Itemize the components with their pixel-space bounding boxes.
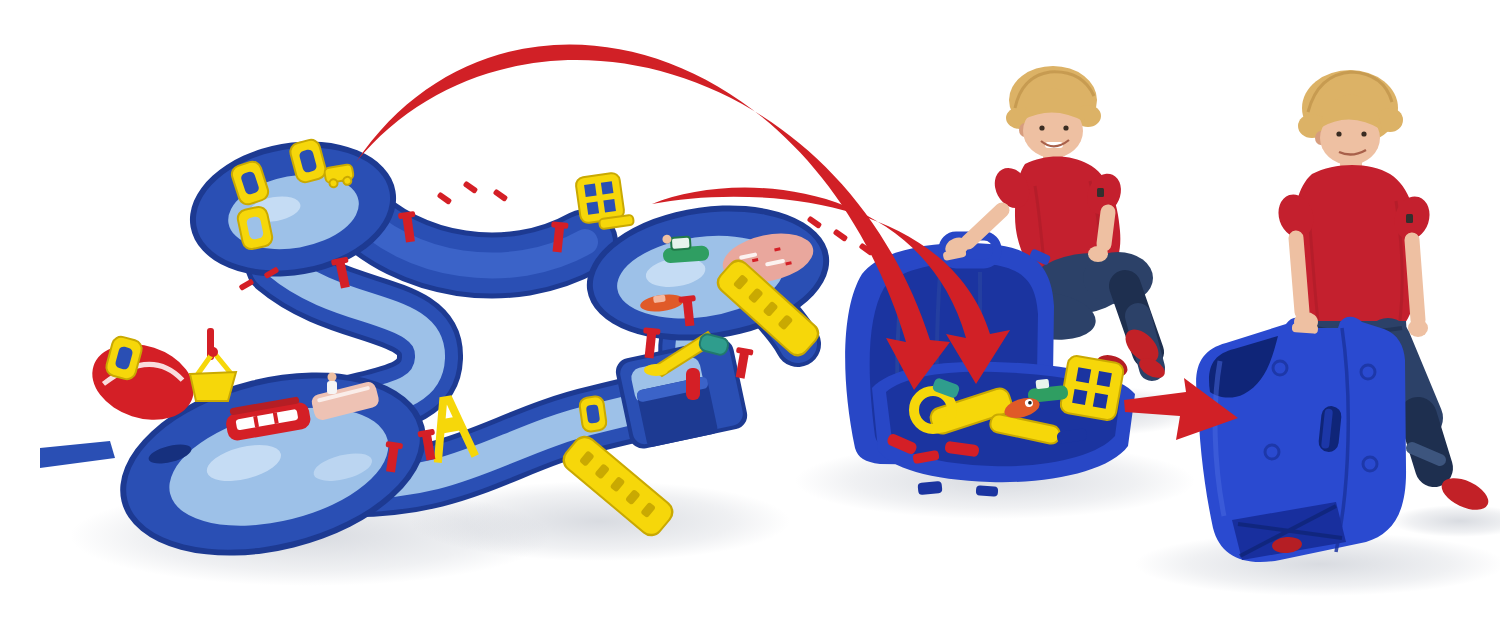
aquaplay-product-photo: [40, 16, 1500, 624]
boy1-right-hand: [1088, 246, 1108, 262]
tower-gate: [575, 171, 634, 232]
edge-piece: [40, 441, 115, 468]
cable-gondola: [190, 328, 236, 401]
boy2-right-hand: [1408, 319, 1428, 337]
boy1-sleeve-badge: [1097, 188, 1104, 197]
folded-carry-case: [1196, 312, 1406, 562]
play-figure: [327, 373, 337, 395]
boy2-sleeve-badge: [1406, 214, 1413, 223]
